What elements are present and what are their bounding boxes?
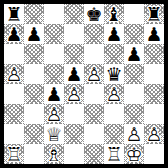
white-pawn-icon: ♙	[44, 104, 64, 124]
piece-black-rook: ♜♜	[4, 4, 24, 24]
square-f5[interactable]: ♛♛	[104, 64, 124, 84]
black-rook-icon: ♜	[144, 4, 164, 24]
piece-white-pawn: ♟♙	[144, 124, 164, 144]
square-c5[interactable]	[44, 64, 64, 84]
black-pawn-icon: ♟	[144, 24, 164, 44]
white-king-icon: ♔	[124, 144, 144, 164]
piece-black-bishop: ♝♝	[104, 4, 124, 24]
square-c3[interactable]: ♟♙	[44, 104, 64, 124]
square-a8[interactable]: ♜♜	[4, 4, 24, 24]
piece-black-rook: ♜♜	[144, 4, 164, 24]
piece-white-pawn: ♟♙	[4, 64, 24, 84]
chess-diagram: ♜♜♚♚♝♝♜♜♟♟♟♟♟♟♟♟♟♟♟♙♟♟♟♙♛♛♟♟♟♙♟♙♟♙♛♕♟♙♟♙…	[0, 0, 168, 168]
piece-black-pawn: ♟♟	[4, 24, 24, 44]
black-pawn-icon: ♟	[44, 84, 64, 104]
square-g4[interactable]	[124, 84, 144, 104]
piece-black-king: ♚♚	[84, 4, 104, 24]
white-pawn-icon: ♙	[84, 64, 104, 84]
piece-white-rook: ♜♖	[4, 144, 24, 164]
square-d7[interactable]	[64, 24, 84, 44]
black-king-icon: ♚	[84, 4, 104, 24]
square-g8[interactable]	[124, 4, 144, 24]
square-f8[interactable]: ♝♝	[104, 4, 124, 24]
square-h5[interactable]	[144, 64, 164, 84]
square-e5[interactable]: ♟♙	[84, 64, 104, 84]
piece-white-pawn: ♟♙	[104, 84, 124, 104]
black-pawn-icon: ♟	[104, 24, 124, 44]
square-c6[interactable]	[44, 44, 64, 64]
square-h8[interactable]: ♜♜	[144, 4, 164, 24]
black-rook-icon: ♜	[4, 4, 24, 24]
square-c1[interactable]: ♝♗	[44, 144, 64, 164]
square-e2[interactable]	[84, 124, 104, 144]
piece-black-pawn: ♟♟	[104, 24, 124, 44]
square-b3[interactable]	[24, 104, 44, 124]
white-queen-icon: ♕	[44, 124, 64, 144]
square-a4[interactable]	[4, 84, 24, 104]
piece-white-king: ♚♔	[124, 144, 144, 164]
square-a2[interactable]	[4, 124, 24, 144]
square-e6[interactable]	[84, 44, 104, 64]
square-h7[interactable]: ♟♟	[144, 24, 164, 44]
square-d6[interactable]	[64, 44, 84, 64]
white-pawn-icon: ♙	[124, 124, 144, 144]
square-c2[interactable]: ♛♕	[44, 124, 64, 144]
square-g3[interactable]	[124, 104, 144, 124]
piece-black-pawn: ♟♟	[144, 24, 164, 44]
piece-black-pawn: ♟♟	[24, 24, 44, 44]
piece-white-pawn: ♟♙	[124, 124, 144, 144]
square-h1[interactable]	[144, 144, 164, 164]
square-f4[interactable]: ♟♙	[104, 84, 124, 104]
square-f7[interactable]: ♟♟	[104, 24, 124, 44]
square-b4[interactable]	[24, 84, 44, 104]
white-pawn-icon: ♙	[104, 84, 124, 104]
square-d8[interactable]	[64, 4, 84, 24]
white-pawn-icon: ♙	[4, 64, 24, 84]
square-d5[interactable]: ♟♟	[64, 64, 84, 84]
square-g2[interactable]: ♟♙	[124, 124, 144, 144]
square-a1[interactable]: ♜♖	[4, 144, 24, 164]
square-d4[interactable]: ♟♙	[64, 84, 84, 104]
piece-white-rook: ♜♖	[104, 144, 124, 164]
square-g1[interactable]: ♚♔	[124, 144, 144, 164]
square-f6[interactable]	[104, 44, 124, 64]
square-h6[interactable]	[144, 44, 164, 64]
square-c4[interactable]: ♟♟	[44, 84, 64, 104]
square-a5[interactable]: ♟♙	[4, 64, 24, 84]
square-e3[interactable]	[84, 104, 104, 124]
square-g7[interactable]	[124, 24, 144, 44]
square-f3[interactable]	[104, 104, 124, 124]
square-f2[interactable]	[104, 124, 124, 144]
square-d3[interactable]	[64, 104, 84, 124]
square-c7[interactable]	[44, 24, 64, 44]
square-a3[interactable]	[4, 104, 24, 124]
square-b5[interactable]	[24, 64, 44, 84]
square-b6[interactable]	[24, 44, 44, 64]
piece-white-queen: ♛♕	[44, 124, 64, 144]
piece-black-pawn: ♟♟	[64, 64, 84, 84]
black-bishop-icon: ♝	[104, 4, 124, 24]
square-b1[interactable]	[24, 144, 44, 164]
square-f1[interactable]: ♜♖	[104, 144, 124, 164]
black-pawn-icon: ♟	[64, 64, 84, 84]
square-g5[interactable]	[124, 64, 144, 84]
square-h4[interactable]	[144, 84, 164, 104]
black-pawn-icon: ♟	[24, 24, 44, 44]
square-d1[interactable]	[64, 144, 84, 164]
square-b8[interactable]	[24, 4, 44, 24]
piece-white-pawn: ♟♙	[64, 84, 84, 104]
square-e8[interactable]: ♚♚	[84, 4, 104, 24]
piece-black-queen: ♛♛	[104, 64, 124, 84]
chess-board: ♜♜♚♚♝♝♜♜♟♟♟♟♟♟♟♟♟♟♟♙♟♟♟♙♛♛♟♟♟♙♟♙♟♙♛♕♟♙♟♙…	[0, 0, 168, 168]
piece-white-pawn: ♟♙	[44, 104, 64, 124]
black-pawn-icon: ♟	[4, 24, 24, 44]
square-c8[interactable]	[44, 4, 64, 24]
square-d2[interactable]	[64, 124, 84, 144]
white-rook-icon: ♖	[4, 144, 24, 164]
piece-white-pawn: ♟♙	[84, 64, 104, 84]
square-b7[interactable]: ♟♟	[24, 24, 44, 44]
white-pawn-icon: ♙	[144, 124, 164, 144]
piece-black-pawn: ♟♟	[124, 44, 144, 64]
square-e4[interactable]	[84, 84, 104, 104]
white-bishop-icon: ♗	[44, 144, 64, 164]
white-rook-icon: ♖	[104, 144, 124, 164]
square-e1[interactable]	[84, 144, 104, 164]
square-g6[interactable]: ♟♟	[124, 44, 144, 64]
black-queen-icon: ♛	[104, 64, 124, 84]
square-b2[interactable]	[24, 124, 44, 144]
square-e7[interactable]	[84, 24, 104, 44]
square-h2[interactable]: ♟♙	[144, 124, 164, 144]
square-a7[interactable]: ♟♟	[4, 24, 24, 44]
black-pawn-icon: ♟	[124, 44, 144, 64]
piece-white-bishop: ♝♗	[44, 144, 64, 164]
square-a6[interactable]	[4, 44, 24, 64]
white-pawn-icon: ♙	[64, 84, 84, 104]
piece-black-pawn: ♟♟	[44, 84, 64, 104]
square-h3[interactable]	[144, 104, 164, 124]
